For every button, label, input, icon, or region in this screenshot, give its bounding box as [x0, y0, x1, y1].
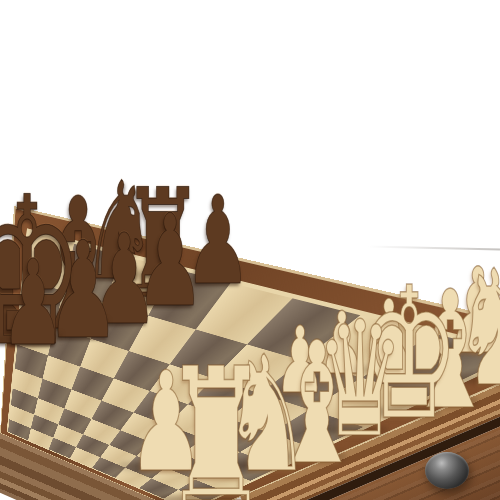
- chess-set-photo: ♚♝♞♜♟♟♟♟♟♟♟♜♞♟♝♟♛♟♚♝♟♞: [0, 0, 500, 500]
- backdrop-seam-line: [368, 246, 500, 251]
- drawer-knob-icon: [425, 452, 469, 489]
